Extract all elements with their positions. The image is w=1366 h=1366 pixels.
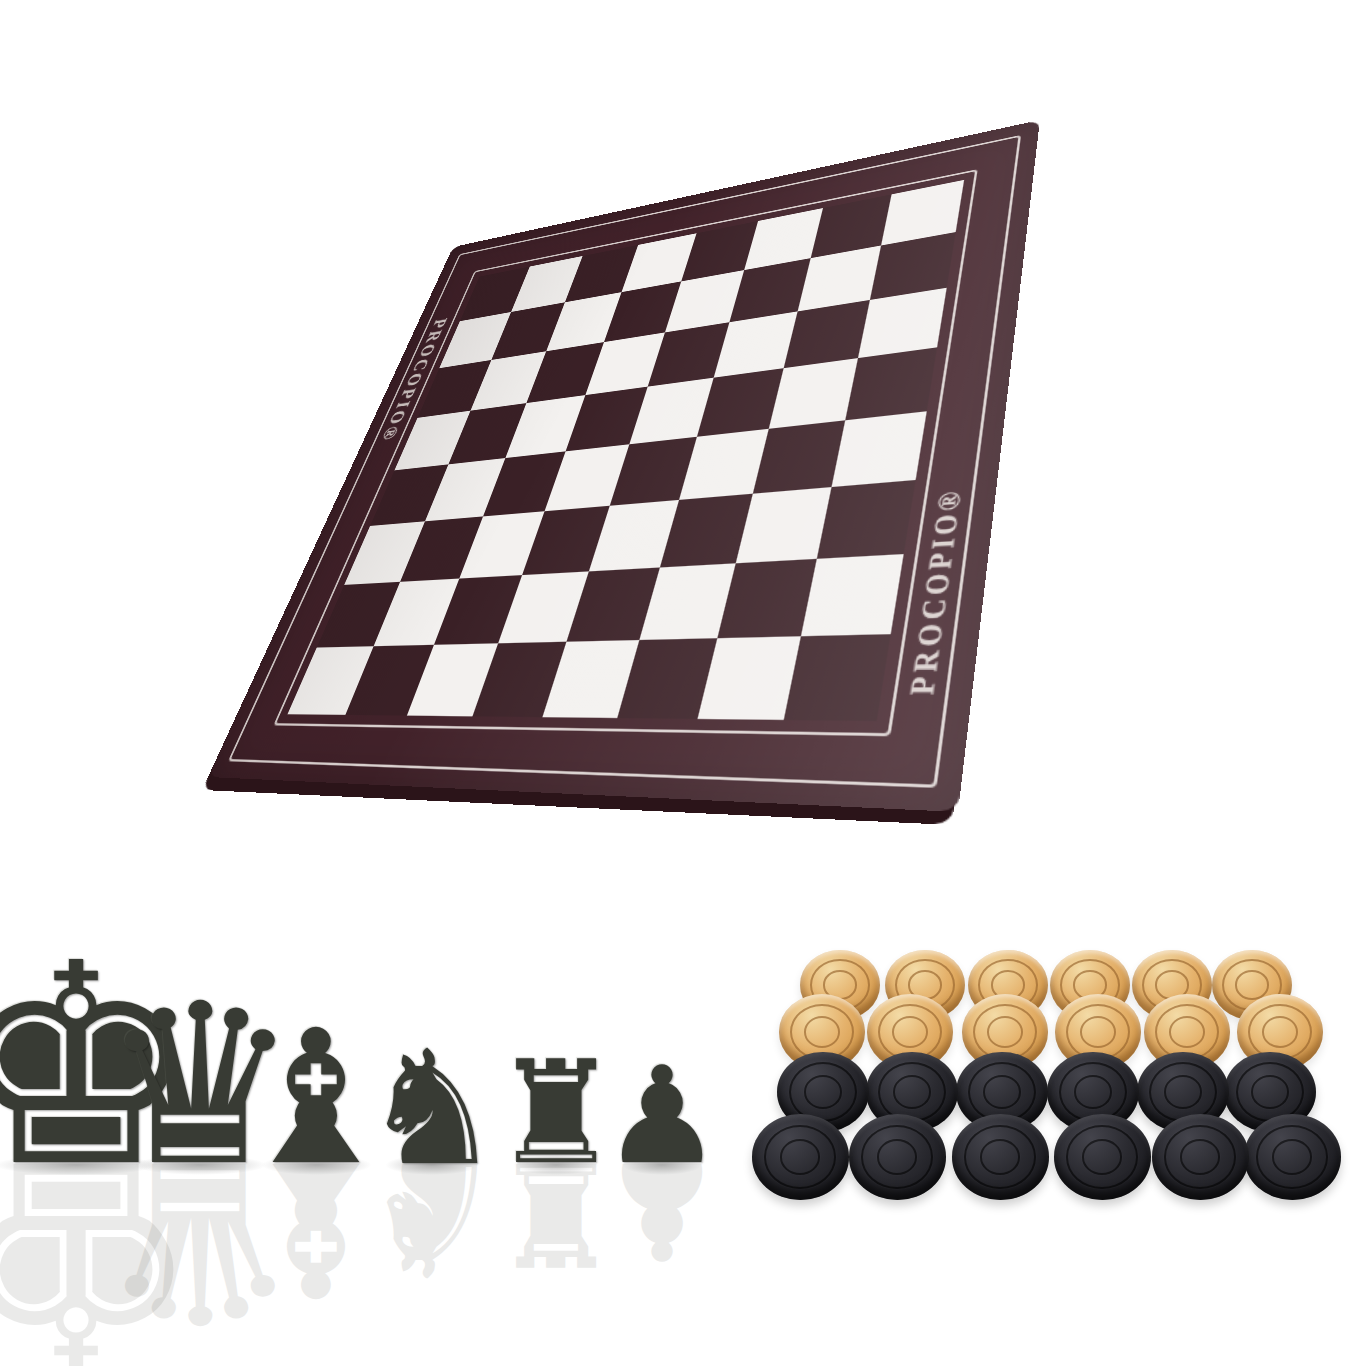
checker-ring-inner [1164, 1075, 1203, 1109]
checker-ring-inner [1262, 1016, 1298, 1048]
checker-ring-inner [1235, 970, 1269, 1000]
checker-ring-inner [1082, 1139, 1123, 1175]
checker-ring-inner [892, 1016, 928, 1048]
checker-ring-inner [980, 1139, 1021, 1175]
board-square [832, 411, 927, 487]
board-square [784, 634, 891, 721]
checker-ring-inner [804, 1075, 843, 1109]
checker-piece-dark [849, 1114, 946, 1199]
checker-ring-inner [983, 1075, 1022, 1109]
game-board: PROCOPIO® PROCOPIO® [208, 120, 1040, 812]
checker-ring-inner [780, 1139, 821, 1175]
checker-ring-inner [1272, 1139, 1313, 1175]
chess-pawn-reflection: ♟ [595, 1143, 729, 1277]
checker-ring-inner [1180, 1139, 1221, 1175]
board-square [817, 480, 916, 559]
checker-ring-inner [1080, 1016, 1116, 1048]
product-photo: PROCOPIO® PROCOPIO® ♚♚♛♛♝♝♞♞♜♜♟♟ [0, 0, 1366, 1366]
board-square [801, 554, 904, 636]
checker-ring-inner [877, 1139, 918, 1175]
checker-ring-inner [804, 1016, 840, 1048]
brand-label: PROCOPIO® [902, 486, 970, 694]
board-square [845, 347, 937, 420]
checker-ring-inner [1169, 1016, 1205, 1048]
checker-ring-inner [893, 1075, 932, 1109]
checker-ring-inner [1251, 1075, 1290, 1109]
checker-piece-dark [1152, 1114, 1249, 1199]
checker-ring-inner [1074, 1075, 1113, 1109]
checker-piece-dark [752, 1114, 849, 1199]
checker-piece-dark [1244, 1114, 1341, 1199]
checker-piece-dark [952, 1114, 1049, 1199]
checker-piece-dark [1054, 1114, 1151, 1199]
checker-ring-inner [987, 1016, 1023, 1048]
